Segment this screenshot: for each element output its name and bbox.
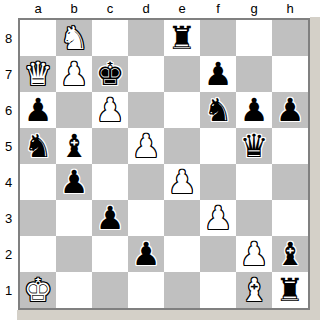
square-e2[interactable] [164,236,200,272]
square-f3[interactable]: ♟ [200,200,236,236]
square-d4[interactable] [128,164,164,200]
black-pawn-icon: ♟ [24,92,53,128]
black-rook-icon: ♜ [168,20,197,56]
square-a1[interactable]: ♚ [20,272,56,308]
square-c6[interactable]: ♟ [92,92,128,128]
square-a3[interactable] [20,200,56,236]
square-c8[interactable] [92,20,128,56]
file-label-d: d [128,0,164,17]
square-a5[interactable]: ♞ [20,128,56,164]
square-b1[interactable] [56,272,92,308]
square-a4[interactable] [20,164,56,200]
square-e1[interactable] [164,272,200,308]
rank-label-2: 2 [0,236,17,272]
black-knight-icon: ♞ [24,128,53,164]
square-h2[interactable]: ♝ [272,236,308,272]
square-c7[interactable]: ♚ [92,56,128,92]
square-b5[interactable]: ♝ [56,128,92,164]
square-h5[interactable] [272,128,308,164]
white-king-icon: ♚ [24,272,53,308]
square-h7[interactable] [272,56,308,92]
square-g2[interactable]: ♟ [236,236,272,272]
rank-labels: 87654321 [0,20,17,308]
square-b4[interactable]: ♟ [56,164,92,200]
white-knight-icon: ♞ [60,20,89,56]
square-g1[interactable]: ♝ [236,272,272,308]
rank-label-4: 4 [0,164,17,200]
square-g8[interactable] [236,20,272,56]
black-pawn-icon: ♟ [60,164,89,200]
square-g6[interactable]: ♟ [236,92,272,128]
square-f7[interactable]: ♟ [200,56,236,92]
square-f5[interactable] [200,128,236,164]
file-label-h: h [272,0,308,17]
square-c1[interactable] [92,272,128,308]
file-label-f: f [200,0,236,17]
white-pawn-icon: ♟ [96,92,125,128]
square-g5[interactable]: ♛ [236,128,272,164]
black-pawn-icon: ♟ [96,200,125,236]
file-label-g: g [236,0,272,17]
square-e7[interactable] [164,56,200,92]
black-pawn-icon: ♟ [276,92,305,128]
square-e4[interactable]: ♟ [164,164,200,200]
black-king-icon: ♚ [96,56,125,92]
black-rook-icon: ♜ [276,272,305,308]
chess-board: ♞♜♛♟♚♟♟♟♞♟♟♞♝♟♛♟♟♟♟♟♟♝♚♝♜ [18,18,310,310]
square-b8[interactable]: ♞ [56,20,92,56]
square-e6[interactable] [164,92,200,128]
square-h8[interactable] [272,20,308,56]
square-d1[interactable] [128,272,164,308]
square-d8[interactable] [128,20,164,56]
white-pawn-icon: ♟ [240,236,269,272]
square-b2[interactable] [56,236,92,272]
square-e5[interactable] [164,128,200,164]
square-e8[interactable]: ♜ [164,20,200,56]
square-h4[interactable] [272,164,308,200]
file-label-a: a [20,0,56,17]
black-knight-icon: ♞ [204,92,233,128]
square-h1[interactable]: ♜ [272,272,308,308]
square-c2[interactable] [92,236,128,272]
black-pawn-icon: ♟ [204,56,233,92]
square-a8[interactable] [20,20,56,56]
square-c3[interactable]: ♟ [92,200,128,236]
rank-label-3: 3 [0,200,17,236]
square-d3[interactable] [128,200,164,236]
square-a6[interactable]: ♟ [20,92,56,128]
rank-label-8: 8 [0,20,17,56]
square-e3[interactable] [164,200,200,236]
square-g4[interactable] [236,164,272,200]
white-pawn-icon: ♟ [60,56,89,92]
square-a7[interactable]: ♛ [20,56,56,92]
white-queen-icon: ♛ [24,56,53,92]
square-b6[interactable] [56,92,92,128]
square-h6[interactable]: ♟ [272,92,308,128]
black-pawn-icon: ♟ [132,236,161,272]
square-a2[interactable] [20,236,56,272]
square-b3[interactable] [56,200,92,236]
file-label-c: c [92,0,128,17]
square-g7[interactable] [236,56,272,92]
square-d7[interactable] [128,56,164,92]
white-bishop-icon: ♝ [240,272,269,308]
square-f4[interactable] [200,164,236,200]
square-g3[interactable] [236,200,272,236]
rank-label-5: 5 [0,128,17,164]
square-f2[interactable] [200,236,236,272]
square-c4[interactable] [92,164,128,200]
board-shadow-bottom [17,310,320,320]
white-pawn-icon: ♟ [204,200,233,236]
square-f8[interactable] [200,20,236,56]
rank-label-7: 7 [0,56,17,92]
chess-diagram: abcdefgh 87654321 ♞♜♛♟♚♟♟♟♞♟♟♞♝♟♛♟♟♟♟♟♟♝… [0,0,320,320]
rank-label-1: 1 [0,272,17,308]
black-pawn-icon: ♟ [240,92,269,128]
square-b7[interactable]: ♟ [56,56,92,92]
rank-label-6: 6 [0,92,17,128]
square-f6[interactable]: ♞ [200,92,236,128]
file-labels: abcdefgh [20,0,308,17]
white-pawn-icon: ♟ [132,128,161,164]
file-label-e: e [164,0,200,17]
square-f1[interactable] [200,272,236,308]
square-d6[interactable] [128,92,164,128]
square-d2[interactable]: ♟ [128,236,164,272]
square-d5[interactable]: ♟ [128,128,164,164]
board-shadow-right [310,17,320,320]
square-c5[interactable] [92,128,128,164]
square-h3[interactable] [272,200,308,236]
black-bishop-icon: ♝ [60,128,89,164]
black-bishop-icon: ♝ [276,236,305,272]
file-label-b: b [56,0,92,17]
black-queen-icon: ♛ [240,128,269,164]
white-pawn-icon: ♟ [168,164,197,200]
